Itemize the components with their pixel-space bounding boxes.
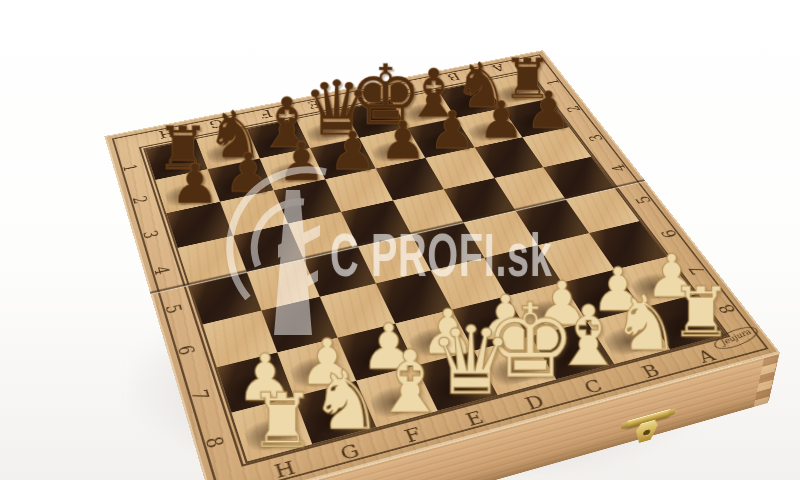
dark-pawn-d2: ♟: [379, 114, 426, 167]
brass-clasp-right: [621, 408, 673, 450]
square-a5: [565, 188, 639, 233]
scene-3d: HGFEDCBA HGFEDCBA 12345678 12345678 ♜♞♝♛…: [0, 0, 800, 480]
dark-pawn-b2: ♟: [478, 94, 524, 146]
dark-pawn-a2: ♟: [525, 85, 571, 136]
light-knight-g8: ♞: [310, 360, 383, 442]
finger-joint-right: [754, 354, 780, 407]
dark-pawn-f2: ♟: [277, 135, 325, 189]
dark-pawn-e2: ♟: [329, 124, 377, 177]
dark-pawn-g2: ♟: [224, 146, 273, 200]
dark-pawn-h2: ♟: [170, 156, 219, 211]
product-photo-stage: HGFEDCBA HGFEDCBA 12345678 12345678 ♜♞♝♛…: [0, 0, 800, 480]
light-rook-h8: ♜: [249, 383, 317, 459]
chess-board: HGFEDCBA HGFEDCBA 12345678 12345678 ♜♞♝♛…: [104, 50, 780, 480]
dark-pawn-c2: ♟: [429, 104, 476, 156]
square-g4: [233, 224, 303, 272]
